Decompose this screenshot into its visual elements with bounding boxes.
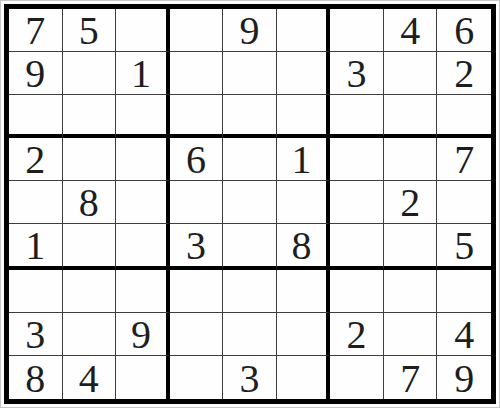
cell-r2c4[interactable]	[170, 52, 224, 95]
cell-r2c9[interactable]: 2	[437, 52, 491, 95]
cell-r5c6[interactable]	[277, 181, 331, 224]
cell-r8c1[interactable]: 3	[9, 313, 63, 356]
cell-r6c2[interactable]	[63, 224, 117, 270]
cell-r6c3[interactable]	[116, 224, 170, 270]
cell-r1c3[interactable]	[116, 9, 170, 52]
cell-r6c5[interactable]	[223, 224, 277, 270]
cell-r5c4[interactable]	[170, 181, 224, 224]
cell-r2c3[interactable]: 1	[116, 52, 170, 95]
cell-r7c5[interactable]	[223, 270, 277, 313]
cell-r4c9[interactable]: 7	[437, 138, 491, 181]
cell-r6c9[interactable]: 5	[437, 224, 491, 270]
cell-r2c2[interactable]	[63, 52, 117, 95]
sudoku-board: 7 5 9 4 6 9 1 3 2 2 6 1 7	[4, 4, 496, 404]
cell-r6c7[interactable]	[330, 224, 384, 270]
cell-r1c2[interactable]: 5	[63, 9, 117, 52]
cell-r7c1[interactable]	[9, 270, 63, 313]
cell-r3c4[interactable]	[170, 95, 224, 138]
cell-r9c2[interactable]: 4	[63, 356, 117, 399]
cell-r8c4[interactable]	[170, 313, 224, 356]
sudoku-image-frame: 7 5 9 4 6 9 1 3 2 2 6 1 7	[0, 0, 500, 408]
cell-r4c2[interactable]	[63, 138, 117, 181]
cell-r8c3[interactable]: 9	[116, 313, 170, 356]
cell-r5c3[interactable]	[116, 181, 170, 224]
cell-r1c6[interactable]	[277, 9, 331, 52]
cell-r4c5[interactable]	[223, 138, 277, 181]
cell-r3c5[interactable]	[223, 95, 277, 138]
cell-r7c4[interactable]	[170, 270, 224, 313]
cell-r2c6[interactable]	[277, 52, 331, 95]
cell-r1c8[interactable]: 4	[384, 9, 438, 52]
cell-r1c5[interactable]: 9	[223, 9, 277, 52]
cell-r1c4[interactable]	[170, 9, 224, 52]
cell-r8c6[interactable]	[277, 313, 331, 356]
cell-r4c1[interactable]: 2	[9, 138, 63, 181]
cell-r8c8[interactable]	[384, 313, 438, 356]
cell-r9c5[interactable]: 3	[223, 356, 277, 399]
cell-r7c3[interactable]	[116, 270, 170, 313]
cell-r3c8[interactable]	[384, 95, 438, 138]
cell-r3c1[interactable]	[9, 95, 63, 138]
cell-r4c8[interactable]	[384, 138, 438, 181]
cell-r7c8[interactable]	[384, 270, 438, 313]
cell-r9c1[interactable]: 8	[9, 356, 63, 399]
cell-r2c7[interactable]: 3	[330, 52, 384, 95]
cell-r5c9[interactable]	[437, 181, 491, 224]
cell-r1c7[interactable]	[330, 9, 384, 52]
cell-r6c1[interactable]: 1	[9, 224, 63, 270]
cell-r2c8[interactable]	[384, 52, 438, 95]
cell-r6c8[interactable]	[384, 224, 438, 270]
cell-r5c7[interactable]	[330, 181, 384, 224]
cell-r4c3[interactable]	[116, 138, 170, 181]
cell-r9c7[interactable]	[330, 356, 384, 399]
cell-r6c6[interactable]: 8	[277, 224, 331, 270]
cell-r9c3[interactable]	[116, 356, 170, 399]
cell-r9c9[interactable]: 9	[437, 356, 491, 399]
cell-r9c4[interactable]	[170, 356, 224, 399]
cell-r2c5[interactable]	[223, 52, 277, 95]
cell-r1c1[interactable]: 7	[9, 9, 63, 52]
cell-r4c6[interactable]: 1	[277, 138, 331, 181]
cell-r8c7[interactable]: 2	[330, 313, 384, 356]
cell-r8c5[interactable]	[223, 313, 277, 356]
cell-r3c3[interactable]	[116, 95, 170, 138]
cell-r3c9[interactable]	[437, 95, 491, 138]
cell-r7c7[interactable]	[330, 270, 384, 313]
cell-r8c9[interactable]: 4	[437, 313, 491, 356]
cell-r9c8[interactable]: 7	[384, 356, 438, 399]
cell-r7c2[interactable]	[63, 270, 117, 313]
cell-r6c4[interactable]: 3	[170, 224, 224, 270]
cell-r5c2[interactable]: 8	[63, 181, 117, 224]
cell-r5c5[interactable]	[223, 181, 277, 224]
cell-r3c6[interactable]	[277, 95, 331, 138]
cell-r1c9[interactable]: 6	[437, 9, 491, 52]
cell-r3c2[interactable]	[63, 95, 117, 138]
cell-r4c4[interactable]: 6	[170, 138, 224, 181]
cell-r7c6[interactable]	[277, 270, 331, 313]
cell-r9c6[interactable]	[277, 356, 331, 399]
cell-r3c7[interactable]	[330, 95, 384, 138]
cell-r5c1[interactable]	[9, 181, 63, 224]
cell-r8c2[interactable]	[63, 313, 117, 356]
cell-r4c7[interactable]	[330, 138, 384, 181]
cell-r7c9[interactable]	[437, 270, 491, 313]
cell-r5c8[interactable]: 2	[384, 181, 438, 224]
cell-r2c1[interactable]: 9	[9, 52, 63, 95]
